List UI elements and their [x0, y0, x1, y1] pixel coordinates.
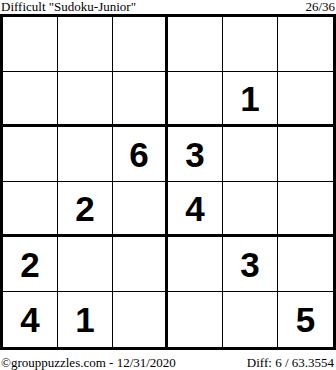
cell-r1c5[interactable] — [223, 17, 278, 72]
cell-r2c4[interactable] — [168, 72, 223, 127]
cell-r6c2: 1 — [58, 292, 113, 347]
cell-r2c5: 1 — [223, 72, 278, 127]
cell-r3c1[interactable] — [3, 127, 58, 182]
cell-r6c3[interactable] — [113, 292, 168, 347]
header: Difficult "Sudoku-Junior" 26/36 — [0, 0, 336, 14]
footer: ©grouppuzzles.com - 12/31/2020 Diff: 6 /… — [0, 355, 336, 370]
cell-r2c6[interactable] — [278, 72, 333, 127]
cell-r6c1: 4 — [3, 292, 58, 347]
cell-r1c4[interactable] — [168, 17, 223, 72]
cell-r2c3[interactable] — [113, 72, 168, 127]
cell-r2c2[interactable] — [58, 72, 113, 127]
cell-r4c3[interactable] — [113, 182, 168, 237]
cell-r5c2[interactable] — [58, 237, 113, 292]
difficulty-text: Diff: 6 / 63.3554 — [247, 355, 334, 370]
cell-r5c6[interactable] — [278, 237, 333, 292]
cell-r2c1[interactable] — [3, 72, 58, 127]
cell-r4c6[interactable] — [278, 182, 333, 237]
cell-r4c4: 4 — [168, 182, 223, 237]
cell-r1c3[interactable] — [113, 17, 168, 72]
cell-r5c3[interactable] — [113, 237, 168, 292]
cell-r3c2[interactable] — [58, 127, 113, 182]
cell-r4c1[interactable] — [3, 182, 58, 237]
puzzle-title: Difficult "Sudoku-Junior" — [1, 0, 136, 14]
cell-r6c6: 5 — [278, 292, 333, 347]
cell-r3c5[interactable] — [223, 127, 278, 182]
puzzle-counter: 26/36 — [305, 0, 335, 14]
sudoku-board: 1632423415 — [0, 14, 336, 350]
cell-r6c5[interactable] — [223, 292, 278, 347]
cell-r5c1: 2 — [3, 237, 58, 292]
cell-r4c5[interactable] — [223, 182, 278, 237]
cell-r1c6[interactable] — [278, 17, 333, 72]
cell-r3c3: 6 — [113, 127, 168, 182]
cell-r3c4: 3 — [168, 127, 223, 182]
cell-r4c2: 2 — [58, 182, 113, 237]
cell-r1c1[interactable] — [3, 17, 58, 72]
cell-r6c4[interactable] — [168, 292, 223, 347]
copyright-text: ©grouppuzzles.com - 12/31/2020 — [1, 355, 176, 370]
cell-r5c4[interactable] — [168, 237, 223, 292]
cell-r3c6[interactable] — [278, 127, 333, 182]
cell-r1c2[interactable] — [58, 17, 113, 72]
cell-r5c5: 3 — [223, 237, 278, 292]
